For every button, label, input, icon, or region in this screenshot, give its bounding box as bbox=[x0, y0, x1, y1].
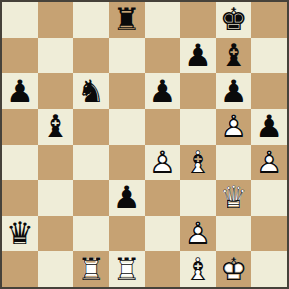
bishop-outline-icon: ♗ bbox=[180, 145, 216, 181]
king-outline-icon: ♔ bbox=[216, 251, 252, 287]
square-g6[interactable]: ♟ bbox=[216, 73, 252, 109]
square-h4[interactable]: ♟♙ bbox=[251, 145, 287, 181]
piece-white-rook[interactable]: ♜♖ bbox=[109, 251, 145, 287]
square-c8[interactable] bbox=[73, 2, 109, 38]
queen-outline-icon: ♕ bbox=[216, 180, 252, 216]
square-h3[interactable] bbox=[251, 180, 287, 216]
piece-white-pawn[interactable]: ♟♙ bbox=[216, 109, 252, 145]
square-h6[interactable] bbox=[251, 73, 287, 109]
square-d1[interactable]: ♜♖ bbox=[109, 251, 145, 287]
piece-white-pawn[interactable]: ♟♙ bbox=[145, 145, 181, 181]
pawn-outline-icon: ♙ bbox=[145, 145, 181, 181]
pawn-outline-icon: ♙ bbox=[180, 216, 216, 252]
square-g8[interactable]: ♚ bbox=[216, 2, 252, 38]
square-e6[interactable]: ♟ bbox=[145, 73, 181, 109]
square-e4[interactable]: ♟♙ bbox=[145, 145, 181, 181]
square-h2[interactable] bbox=[251, 216, 287, 252]
piece-black-pawn[interactable]: ♟ bbox=[2, 73, 38, 109]
square-g5[interactable]: ♟♙ bbox=[216, 109, 252, 145]
square-h1[interactable] bbox=[251, 251, 287, 287]
piece-black-pawn[interactable]: ♟ bbox=[216, 73, 252, 109]
pawn-outline-icon: ♙ bbox=[216, 109, 252, 145]
square-a5[interactable] bbox=[2, 109, 38, 145]
rook-outline-icon: ♖ bbox=[109, 251, 145, 287]
square-b2[interactable] bbox=[38, 216, 74, 252]
piece-white-king[interactable]: ♚♔ bbox=[216, 251, 252, 287]
square-b6[interactable] bbox=[38, 73, 74, 109]
chess-board: ♜♚♟♝♟♞♟♟♝♟♙♟♟♙♝♗♟♙♟♛♕♛♟♙♜♖♜♖♝♗♚♔ bbox=[0, 0, 289, 289]
square-g2[interactable] bbox=[216, 216, 252, 252]
square-h7[interactable] bbox=[251, 38, 287, 74]
square-f5[interactable] bbox=[180, 109, 216, 145]
piece-black-knight[interactable]: ♞ bbox=[73, 73, 109, 109]
piece-black-pawn[interactable]: ♟ bbox=[251, 109, 287, 145]
piece-black-bishop[interactable]: ♝ bbox=[38, 109, 74, 145]
square-e2[interactable] bbox=[145, 216, 181, 252]
square-b8[interactable] bbox=[38, 2, 74, 38]
square-f1[interactable]: ♝♗ bbox=[180, 251, 216, 287]
piece-white-rook[interactable]: ♜♖ bbox=[73, 251, 109, 287]
square-e3[interactable] bbox=[145, 180, 181, 216]
bishop-outline-icon: ♗ bbox=[180, 251, 216, 287]
square-c7[interactable] bbox=[73, 38, 109, 74]
square-d5[interactable] bbox=[109, 109, 145, 145]
square-a6[interactable]: ♟ bbox=[2, 73, 38, 109]
square-d8[interactable]: ♜ bbox=[109, 2, 145, 38]
rook-outline-icon: ♖ bbox=[73, 251, 109, 287]
square-a2[interactable]: ♛ bbox=[2, 216, 38, 252]
square-c6[interactable]: ♞ bbox=[73, 73, 109, 109]
square-b1[interactable] bbox=[38, 251, 74, 287]
piece-black-pawn[interactable]: ♟ bbox=[145, 73, 181, 109]
piece-white-queen[interactable]: ♛♕ bbox=[216, 180, 252, 216]
square-a1[interactable] bbox=[2, 251, 38, 287]
square-d2[interactable] bbox=[109, 216, 145, 252]
square-a8[interactable] bbox=[2, 2, 38, 38]
piece-black-king[interactable]: ♚ bbox=[216, 2, 252, 38]
square-f6[interactable] bbox=[180, 73, 216, 109]
square-c3[interactable] bbox=[73, 180, 109, 216]
piece-white-bishop[interactable]: ♝♗ bbox=[180, 251, 216, 287]
square-d3[interactable]: ♟ bbox=[109, 180, 145, 216]
square-f4[interactable]: ♝♗ bbox=[180, 145, 216, 181]
piece-black-bishop[interactable]: ♝ bbox=[216, 38, 252, 74]
piece-white-pawn[interactable]: ♟♙ bbox=[180, 216, 216, 252]
square-f2[interactable]: ♟♙ bbox=[180, 216, 216, 252]
piece-black-queen[interactable]: ♛ bbox=[2, 216, 38, 252]
square-e8[interactable] bbox=[145, 2, 181, 38]
square-c2[interactable] bbox=[73, 216, 109, 252]
square-g4[interactable] bbox=[216, 145, 252, 181]
square-c5[interactable] bbox=[73, 109, 109, 145]
square-h8[interactable] bbox=[251, 2, 287, 38]
square-e1[interactable] bbox=[145, 251, 181, 287]
square-d6[interactable] bbox=[109, 73, 145, 109]
square-a7[interactable] bbox=[2, 38, 38, 74]
square-c1[interactable]: ♜♖ bbox=[73, 251, 109, 287]
square-g7[interactable]: ♝ bbox=[216, 38, 252, 74]
square-g3[interactable]: ♛♕ bbox=[216, 180, 252, 216]
square-g1[interactable]: ♚♔ bbox=[216, 251, 252, 287]
square-b5[interactable]: ♝ bbox=[38, 109, 74, 145]
square-h5[interactable]: ♟ bbox=[251, 109, 287, 145]
square-d4[interactable] bbox=[109, 145, 145, 181]
square-f8[interactable] bbox=[180, 2, 216, 38]
square-e7[interactable] bbox=[145, 38, 181, 74]
piece-black-pawn[interactable]: ♟ bbox=[109, 180, 145, 216]
square-a3[interactable] bbox=[2, 180, 38, 216]
piece-white-pawn[interactable]: ♟♙ bbox=[251, 145, 287, 181]
square-f3[interactable] bbox=[180, 180, 216, 216]
piece-white-bishop[interactable]: ♝♗ bbox=[180, 145, 216, 181]
piece-black-pawn[interactable]: ♟ bbox=[180, 38, 216, 74]
piece-black-rook[interactable]: ♜ bbox=[109, 2, 145, 38]
square-b3[interactable] bbox=[38, 180, 74, 216]
square-b4[interactable] bbox=[38, 145, 74, 181]
pawn-outline-icon: ♙ bbox=[251, 145, 287, 181]
square-e5[interactable] bbox=[145, 109, 181, 145]
square-c4[interactable] bbox=[73, 145, 109, 181]
square-a4[interactable] bbox=[2, 145, 38, 181]
square-d7[interactable] bbox=[109, 38, 145, 74]
square-f7[interactable]: ♟ bbox=[180, 38, 216, 74]
square-b7[interactable] bbox=[38, 38, 74, 74]
